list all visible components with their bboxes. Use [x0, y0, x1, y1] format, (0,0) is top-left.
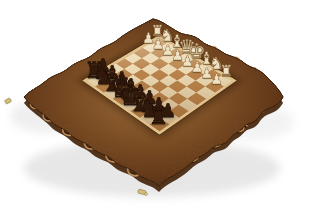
pieces-layer: ♜♞♝♛♚♝♞♜♟♟♟♟♟♟♟♟♟♟♟♟♟♟♟♟♜♞♝♛♚♝♞♜: [0, 0, 320, 214]
chess-set-photo: ♜♞♝♛♚♝♞♜♟♟♟♟♟♟♟♟♟♟♟♟♟♟♟♟♜♞♝♛♚♝♞♜: [0, 0, 320, 214]
piece-white-pawn[interactable]: ♟: [210, 71, 223, 85]
piece-black-rook[interactable]: ♜: [148, 106, 168, 128]
